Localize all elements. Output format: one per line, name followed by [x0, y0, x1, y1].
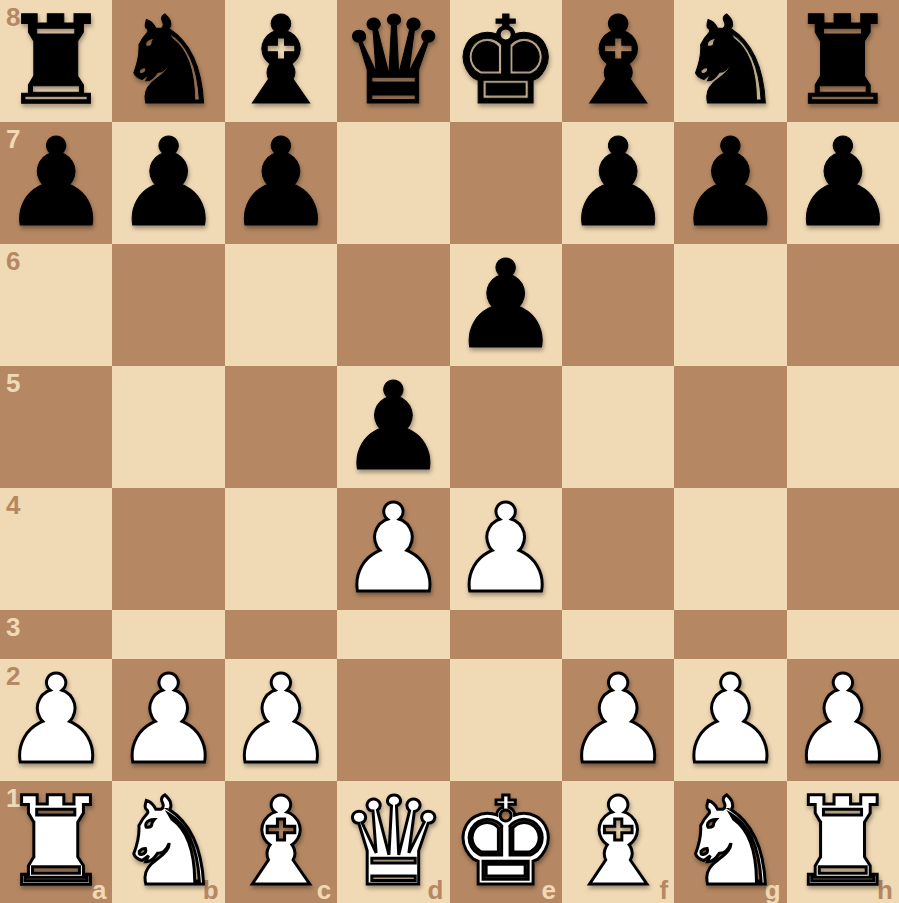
square-b1[interactable]: b♞	[112, 781, 224, 903]
square-h4[interactable]	[787, 488, 899, 610]
black-rook[interactable]: ♜	[2, 0, 111, 122]
square-h2[interactable]: ♟	[787, 659, 899, 781]
square-d6[interactable]	[337, 244, 449, 366]
square-e6[interactable]: ♟	[450, 244, 562, 366]
square-e4[interactable]: ♟	[450, 488, 562, 610]
black-pawn[interactable]: ♟	[788, 122, 897, 244]
black-rook[interactable]: ♜	[788, 0, 897, 122]
square-a6[interactable]: 6	[0, 244, 112, 366]
square-d7[interactable]	[337, 122, 449, 244]
white-pawn[interactable]: ♟	[226, 659, 335, 781]
square-g1[interactable]: g♞	[674, 781, 786, 903]
square-b2[interactable]: ♟	[112, 659, 224, 781]
white-pawn[interactable]: ♟	[563, 659, 672, 781]
white-bishop[interactable]: ♝	[226, 781, 335, 903]
black-knight[interactable]: ♞	[676, 0, 785, 122]
black-knight[interactable]: ♞	[114, 0, 223, 122]
square-h7[interactable]: ♟	[787, 122, 899, 244]
square-a5[interactable]: 5	[0, 366, 112, 488]
rank-label-4: 4	[6, 492, 20, 518]
square-g7[interactable]: ♟	[674, 122, 786, 244]
white-rook[interactable]: ♜	[2, 781, 111, 903]
square-e7[interactable]	[450, 122, 562, 244]
square-h5[interactable]	[787, 366, 899, 488]
white-bishop[interactable]: ♝	[563, 781, 672, 903]
black-pawn[interactable]: ♟	[339, 366, 448, 488]
square-d2[interactable]	[337, 659, 449, 781]
square-a2[interactable]: 2♟	[0, 659, 112, 781]
rank-label-5: 5	[6, 370, 20, 396]
square-a1[interactable]: 1a♜	[0, 781, 112, 903]
square-g5[interactable]	[674, 366, 786, 488]
square-c7[interactable]: ♟	[225, 122, 337, 244]
square-b7[interactable]: ♟	[112, 122, 224, 244]
chess-board: 8♜♞♝♛♚♝♞♜7♟♟♟♟♟♟6♟5♟4♟♟32♟♟♟♟♟♟1a♜b♞c♝d♛…	[0, 0, 899, 903]
square-h8[interactable]: ♜	[787, 0, 899, 122]
square-e1[interactable]: e♚	[450, 781, 562, 903]
square-e5[interactable]	[450, 366, 562, 488]
black-pawn[interactable]: ♟	[226, 122, 335, 244]
white-pawn[interactable]: ♟	[2, 659, 111, 781]
square-b5[interactable]	[112, 366, 224, 488]
black-king[interactable]: ♚	[451, 0, 560, 122]
black-pawn[interactable]: ♟	[451, 244, 560, 366]
white-pawn[interactable]: ♟	[676, 659, 785, 781]
square-d4[interactable]: ♟	[337, 488, 449, 610]
square-f8[interactable]: ♝	[562, 0, 674, 122]
black-pawn[interactable]: ♟	[2, 122, 111, 244]
square-d5[interactable]: ♟	[337, 366, 449, 488]
square-c2[interactable]: ♟	[225, 659, 337, 781]
white-rook[interactable]: ♜	[788, 781, 897, 903]
black-pawn[interactable]: ♟	[114, 122, 223, 244]
white-knight[interactable]: ♞	[114, 781, 223, 903]
white-pawn[interactable]: ♟	[339, 488, 448, 610]
square-g2[interactable]: ♟	[674, 659, 786, 781]
square-f7[interactable]: ♟	[562, 122, 674, 244]
square-f6[interactable]	[562, 244, 674, 366]
square-e8[interactable]: ♚	[450, 0, 562, 122]
square-g8[interactable]: ♞	[674, 0, 786, 122]
square-f4[interactable]	[562, 488, 674, 610]
square-c1[interactable]: c♝	[225, 781, 337, 903]
white-pawn[interactable]: ♟	[114, 659, 223, 781]
white-queen[interactable]: ♛	[339, 781, 448, 903]
white-king[interactable]: ♚	[451, 781, 560, 903]
square-f1[interactable]: f♝	[562, 781, 674, 903]
square-h1[interactable]: h♜	[787, 781, 899, 903]
square-a7[interactable]: 7♟	[0, 122, 112, 244]
white-pawn[interactable]: ♟	[788, 659, 897, 781]
black-queen[interactable]: ♛	[339, 0, 448, 122]
square-e3[interactable]	[450, 610, 562, 659]
square-e2[interactable]	[450, 659, 562, 781]
square-g6[interactable]	[674, 244, 786, 366]
black-pawn[interactable]: ♟	[676, 122, 785, 244]
square-a4[interactable]: 4	[0, 488, 112, 610]
square-c5[interactable]	[225, 366, 337, 488]
square-a8[interactable]: 8♜	[0, 0, 112, 122]
square-h6[interactable]	[787, 244, 899, 366]
square-g4[interactable]	[674, 488, 786, 610]
square-d8[interactable]: ♛	[337, 0, 449, 122]
square-b6[interactable]	[112, 244, 224, 366]
rank-label-3: 3	[6, 614, 20, 640]
square-d3[interactable]	[337, 610, 449, 659]
black-pawn[interactable]: ♟	[563, 122, 672, 244]
square-c6[interactable]	[225, 244, 337, 366]
square-c4[interactable]	[225, 488, 337, 610]
rank-label-6: 6	[6, 248, 20, 274]
square-b4[interactable]	[112, 488, 224, 610]
square-f2[interactable]: ♟	[562, 659, 674, 781]
square-c8[interactable]: ♝	[225, 0, 337, 122]
square-f5[interactable]	[562, 366, 674, 488]
white-knight[interactable]: ♞	[676, 781, 785, 903]
square-b8[interactable]: ♞	[112, 0, 224, 122]
white-pawn[interactable]: ♟	[451, 488, 560, 610]
black-bishop[interactable]: ♝	[563, 0, 672, 122]
black-bishop[interactable]: ♝	[226, 0, 335, 122]
square-d1[interactable]: d♛	[337, 781, 449, 903]
